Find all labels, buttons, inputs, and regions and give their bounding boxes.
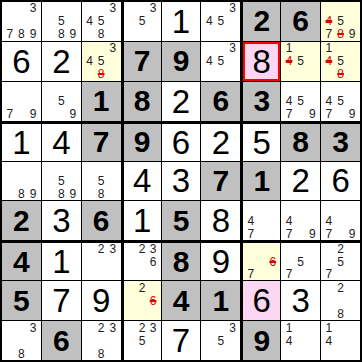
cell-r6c3[interactable]: 6 bbox=[82, 201, 121, 240]
cell-r5c7[interactable]: 1 bbox=[241, 162, 280, 201]
cell-r9c6[interactable]: 35 bbox=[201, 321, 240, 360]
cell-r3c6[interactable]: 6 bbox=[201, 82, 240, 121]
cell-r5c3[interactable]: 58 bbox=[82, 162, 121, 201]
cell-r2c7[interactable]: 8 bbox=[241, 42, 280, 81]
candidate-7: 7 bbox=[283, 227, 295, 240]
cell-r6c2[interactable]: 3 bbox=[42, 201, 81, 240]
pencilmarks: 1458 bbox=[323, 42, 358, 81]
solved-digit: 2 bbox=[291, 164, 309, 197]
cell-r9c1[interactable]: 38 bbox=[2, 321, 41, 360]
candidate-6-eliminated: 6 bbox=[148, 294, 159, 307]
candidate-9: 9 bbox=[346, 28, 358, 41]
cell-r6c5[interactable]: 5 bbox=[162, 201, 201, 240]
cell-r8c9[interactable]: 28 bbox=[321, 281, 360, 320]
candidate-2: 2 bbox=[137, 321, 148, 334]
cell-r5c2[interactable]: 589 bbox=[42, 162, 81, 201]
solved-digit: 2 bbox=[212, 126, 230, 159]
cell-r9c2[interactable]: 6 bbox=[42, 321, 81, 360]
candidate-3: 3 bbox=[107, 2, 119, 15]
cell-r6c6[interactable]: 8 bbox=[201, 201, 240, 240]
candidate-1: 1 bbox=[323, 321, 335, 334]
candidate-3: 3 bbox=[148, 321, 159, 334]
cell-r1c3[interactable]: 3458 bbox=[82, 2, 121, 41]
pencilmarks: 67 bbox=[245, 243, 278, 280]
pencilmarks: 345 bbox=[203, 42, 238, 81]
candidate-4: 4 bbox=[245, 214, 256, 227]
candidate-2: 2 bbox=[335, 243, 347, 255]
cell-r1c4[interactable]: 35 bbox=[122, 2, 161, 41]
candidate-5: 5 bbox=[295, 256, 307, 268]
cell-r2c2[interactable]: 2 bbox=[42, 42, 81, 81]
solved-digit: 1 bbox=[12, 126, 30, 159]
pencilmarks: 479 bbox=[323, 201, 358, 240]
candidate-7: 7 bbox=[323, 268, 335, 280]
candidate-8: 8 bbox=[16, 187, 28, 200]
cell-r3c8[interactable]: 4579 bbox=[281, 82, 320, 121]
pencilmarks: 79 bbox=[4, 82, 39, 121]
solved-digit: 5 bbox=[253, 126, 271, 159]
cell-r9c8[interactable]: 14 bbox=[281, 321, 320, 360]
pencilmarks: 14 bbox=[323, 321, 358, 360]
pencilmarks: 14 bbox=[283, 321, 318, 360]
pencilmarks: 236 bbox=[126, 243, 159, 280]
given-digit: 3 bbox=[253, 86, 270, 116]
cell-r8c2[interactable]: 7 bbox=[42, 281, 81, 320]
cell-r6c8[interactable]: 479 bbox=[281, 201, 320, 240]
candidate-7: 7 bbox=[4, 28, 16, 41]
pencilmarks: 257 bbox=[323, 243, 358, 280]
pencilmarks: 28 bbox=[323, 281, 358, 320]
candidate-8: 8 bbox=[56, 187, 68, 200]
cell-r8c3[interactable]: 9 bbox=[82, 281, 121, 320]
given-digit: 1 bbox=[93, 86, 110, 116]
cell-r2c9[interactable]: 1458 bbox=[321, 42, 360, 81]
candidate-5: 5 bbox=[295, 55, 307, 68]
pencilmarks: 47 bbox=[245, 201, 278, 240]
solved-digit: 9 bbox=[212, 245, 230, 278]
candidate-5: 5 bbox=[295, 95, 307, 108]
candidate-4: 4 bbox=[283, 214, 295, 227]
candidate-8-eliminated: 8 bbox=[95, 68, 107, 81]
cell-r6c7[interactable]: 47 bbox=[241, 201, 280, 240]
candidate-5: 5 bbox=[215, 15, 227, 28]
pencilmarks: 57 bbox=[283, 243, 318, 280]
given-digit: 6 bbox=[292, 6, 309, 36]
given-digit: 3 bbox=[332, 127, 349, 157]
candidate-4: 4 bbox=[203, 15, 215, 28]
cell-r6c4[interactable]: 1 bbox=[122, 201, 161, 240]
cell-r1c7[interactable]: 2 bbox=[241, 2, 280, 41]
pencilmarks: 26 bbox=[126, 281, 159, 320]
candidate-8: 8 bbox=[95, 187, 107, 200]
candidate-2: 2 bbox=[95, 243, 107, 255]
cell-r5c1[interactable]: 89 bbox=[2, 162, 41, 201]
candidate-9: 9 bbox=[346, 108, 358, 121]
candidate-5: 5 bbox=[215, 334, 227, 347]
candidate-5: 5 bbox=[137, 15, 148, 28]
pencilmarks: 4579 bbox=[283, 82, 318, 121]
candidate-2: 2 bbox=[137, 281, 148, 294]
cell-r5c5[interactable]: 3 bbox=[162, 162, 201, 201]
candidate-4: 4 bbox=[283, 95, 295, 108]
candidate-8: 8 bbox=[56, 28, 68, 41]
candidate-8-eliminated: 8 bbox=[335, 28, 347, 41]
cell-r1c5[interactable]: 1 bbox=[162, 2, 201, 41]
candidate-2: 2 bbox=[335, 281, 347, 294]
candidate-7: 7 bbox=[323, 108, 335, 121]
cell-r6c9[interactable]: 479 bbox=[321, 201, 360, 240]
cell-r8c1[interactable]: 5 bbox=[2, 281, 41, 320]
candidate-8: 8 bbox=[95, 347, 107, 360]
pencilmarks: 235 bbox=[126, 321, 159, 360]
cell-r1c2[interactable]: 589 bbox=[42, 2, 81, 41]
cell-r9c5[interactable]: 7 bbox=[162, 321, 201, 360]
candidate-5: 5 bbox=[335, 256, 347, 268]
candidate-3: 3 bbox=[27, 321, 39, 334]
cell-r2c4[interactable]: 7 bbox=[122, 42, 161, 81]
candidate-8: 8 bbox=[16, 28, 28, 41]
cell-r3c2[interactable]: 59 bbox=[42, 82, 81, 121]
given-digit: 7 bbox=[134, 46, 151, 76]
cell-r8c5[interactable]: 4 bbox=[162, 281, 201, 320]
candidate-5: 5 bbox=[95, 15, 107, 28]
candidate-8: 8 bbox=[95, 28, 107, 41]
solved-digit: 4 bbox=[133, 164, 151, 197]
solved-digit: 4 bbox=[52, 126, 70, 159]
candidate-1: 1 bbox=[323, 42, 335, 55]
cell-r2c1[interactable]: 6 bbox=[2, 42, 41, 81]
candidate-5: 5 bbox=[137, 334, 148, 347]
cell-r4c2[interactable]: 4 bbox=[42, 122, 81, 161]
given-digit: 9 bbox=[173, 46, 190, 76]
pencilmarks: 589 bbox=[44, 2, 79, 41]
cell-r8c4[interactable]: 26 bbox=[122, 281, 161, 320]
cell-r7c8[interactable]: 57 bbox=[281, 241, 320, 280]
pencilmarks: 35 bbox=[203, 321, 238, 360]
cell-r7c3[interactable]: 23 bbox=[82, 241, 121, 280]
candidate-9: 9 bbox=[306, 227, 318, 240]
candidate-3: 3 bbox=[107, 42, 119, 55]
pencilmarks: 4579 bbox=[323, 82, 358, 121]
given-digit: 9 bbox=[134, 127, 151, 157]
given-digit: 5 bbox=[13, 286, 30, 316]
candidate-8: 8 bbox=[335, 307, 347, 320]
candidate-1: 1 bbox=[283, 42, 295, 55]
given-digit: 9 bbox=[253, 326, 270, 356]
pencilmarks: 35 bbox=[126, 2, 159, 41]
pencilmarks: 23 bbox=[84, 243, 119, 280]
candidate-6-eliminated: 6 bbox=[267, 256, 278, 268]
cell-r2c8[interactable]: 145 bbox=[281, 42, 320, 81]
candidate-9: 9 bbox=[67, 187, 79, 200]
candidate-4: 4 bbox=[323, 95, 335, 108]
given-digit: 6 bbox=[213, 86, 230, 116]
solved-digit: 6 bbox=[12, 45, 30, 78]
candidate-3: 3 bbox=[27, 2, 39, 15]
pencilmarks: 3458 bbox=[84, 42, 119, 81]
candidate-7: 7 bbox=[323, 227, 335, 240]
candidate-4-eliminated: 4 bbox=[283, 55, 295, 68]
candidate-3: 3 bbox=[148, 2, 159, 15]
pencilmarks: 45789 bbox=[323, 2, 358, 41]
cell-r7c7[interactable]: 67 bbox=[241, 241, 280, 280]
candidate-7: 7 bbox=[283, 108, 295, 121]
pencilmarks: 3789 bbox=[4, 2, 39, 41]
candidate-4-eliminated: 4 bbox=[323, 15, 335, 28]
candidate-7: 7 bbox=[323, 28, 335, 41]
candidate-4: 4 bbox=[283, 334, 295, 347]
solved-digit: 6 bbox=[253, 284, 271, 317]
given-digit: 2 bbox=[13, 206, 30, 236]
solved-digit: 7 bbox=[52, 284, 70, 317]
candidate-5: 5 bbox=[215, 55, 227, 68]
cell-r1c9[interactable]: 45789 bbox=[321, 2, 360, 41]
solved-digit: 6 bbox=[172, 126, 190, 159]
pencilmarks: 89 bbox=[4, 162, 39, 201]
given-digit: 6 bbox=[53, 326, 70, 356]
cell-r5c4[interactable]: 4 bbox=[122, 162, 161, 201]
candidate-9: 9 bbox=[67, 28, 79, 41]
cell-r3c7[interactable]: 3 bbox=[241, 82, 280, 121]
pencilmarks: 479 bbox=[283, 201, 318, 240]
cell-r4c4[interactable]: 9 bbox=[122, 122, 161, 161]
solved-digit: 8 bbox=[212, 204, 230, 237]
cell-r7c4[interactable]: 236 bbox=[122, 241, 161, 280]
cell-r5c6[interactable]: 7 bbox=[201, 162, 240, 201]
pencilmarks: 238 bbox=[84, 321, 119, 360]
candidate-9: 9 bbox=[27, 108, 39, 121]
candidate-5: 5 bbox=[335, 95, 347, 108]
pencilmarks: 58 bbox=[84, 162, 119, 201]
candidate-3: 3 bbox=[227, 321, 239, 334]
given-digit: 7 bbox=[93, 127, 110, 157]
cell-r7c9[interactable]: 257 bbox=[321, 241, 360, 280]
solved-digit: 3 bbox=[52, 204, 70, 237]
cell-r3c5[interactable]: 2 bbox=[162, 82, 201, 121]
given-digit: 1 bbox=[253, 166, 270, 196]
cell-r2c6[interactable]: 345 bbox=[201, 42, 240, 81]
cell-r1c8[interactable]: 6 bbox=[281, 2, 320, 41]
given-digit: 4 bbox=[13, 247, 30, 277]
candidate-2: 2 bbox=[95, 321, 107, 334]
given-digit: 8 bbox=[134, 86, 151, 116]
pencilmarks: 345 bbox=[203, 2, 238, 41]
cell-r9c3[interactable]: 238 bbox=[82, 321, 121, 360]
candidate-7: 7 bbox=[4, 108, 16, 121]
candidate-9: 9 bbox=[67, 108, 79, 121]
given-digit: 2 bbox=[253, 6, 270, 36]
candidate-5: 5 bbox=[56, 15, 68, 28]
cell-r7c2[interactable]: 1 bbox=[42, 241, 81, 280]
cell-r4c9[interactable]: 3 bbox=[321, 122, 360, 161]
given-digit: 6 bbox=[93, 206, 110, 236]
cell-r7c1[interactable]: 4 bbox=[2, 241, 41, 280]
candidate-3: 3 bbox=[227, 42, 239, 55]
solved-digit: 1 bbox=[172, 5, 190, 38]
candidate-6: 6 bbox=[148, 256, 159, 268]
given-digit: 4 bbox=[173, 286, 190, 316]
candidate-9: 9 bbox=[27, 28, 39, 41]
cell-r3c3[interactable]: 1 bbox=[82, 82, 121, 121]
cell-r6c1[interactable]: 2 bbox=[2, 201, 41, 240]
cell-r3c1[interactable]: 79 bbox=[2, 82, 41, 121]
candidate-3: 3 bbox=[227, 2, 239, 15]
cell-r2c5[interactable]: 9 bbox=[162, 42, 201, 81]
given-digit: 8 bbox=[292, 127, 309, 157]
cell-r8c7[interactable]: 6 bbox=[241, 281, 280, 320]
candidate-3: 3 bbox=[148, 243, 159, 255]
candidate-4: 4 bbox=[84, 55, 96, 68]
sudoku-board: 3789589345835134526457896234587934581451… bbox=[0, 0, 362, 362]
candidate-2: 2 bbox=[137, 243, 148, 255]
candidate-4: 4 bbox=[203, 55, 215, 68]
cell-r4c8[interactable]: 8 bbox=[281, 122, 320, 161]
candidate-5: 5 bbox=[335, 55, 347, 68]
solved-digit: 9 bbox=[92, 284, 110, 317]
cell-r4c1[interactable]: 1 bbox=[2, 122, 41, 161]
candidate-4-eliminated: 4 bbox=[323, 55, 335, 68]
solved-digit: 3 bbox=[291, 284, 309, 317]
solved-digit: 7 bbox=[172, 324, 190, 357]
cell-r5c8[interactable]: 2 bbox=[281, 162, 320, 201]
candidate-5: 5 bbox=[335, 15, 347, 28]
given-digit: 5 bbox=[173, 206, 190, 236]
cell-r5c9[interactable]: 6 bbox=[321, 162, 360, 201]
pencilmarks: 38 bbox=[4, 321, 39, 360]
pencilmarks: 145 bbox=[283, 42, 318, 81]
cell-r7c5[interactable]: 8 bbox=[162, 241, 201, 280]
solved-digit: 1 bbox=[133, 204, 151, 237]
cell-r3c4[interactable]: 8 bbox=[122, 82, 161, 121]
candidate-4: 4 bbox=[323, 334, 335, 347]
candidate-5: 5 bbox=[95, 55, 107, 68]
candidate-7: 7 bbox=[283, 268, 295, 280]
cell-r4c6[interactable]: 2 bbox=[201, 122, 240, 161]
cell-r7c6[interactable]: 9 bbox=[201, 241, 240, 280]
candidate-4: 4 bbox=[323, 214, 335, 227]
candidate-9: 9 bbox=[27, 187, 39, 200]
candidate-7: 7 bbox=[245, 268, 256, 280]
pencilmarks: 589 bbox=[44, 162, 79, 201]
pencilmarks: 59 bbox=[44, 82, 79, 121]
cell-r4c7[interactable]: 5 bbox=[241, 122, 280, 161]
candidate-1: 1 bbox=[283, 321, 295, 334]
given-digit: 8 bbox=[173, 247, 190, 277]
cell-r9c9[interactable]: 14 bbox=[321, 321, 360, 360]
given-digit: 7 bbox=[213, 166, 230, 196]
given-digit: 1 bbox=[213, 286, 230, 316]
solved-digit: 2 bbox=[172, 85, 190, 118]
candidate-5: 5 bbox=[56, 95, 68, 108]
cell-r8c8[interactable]: 3 bbox=[281, 281, 320, 320]
cell-r3c9[interactable]: 4579 bbox=[321, 82, 360, 121]
solved-digit: 2 bbox=[52, 45, 70, 78]
cell-r9c4[interactable]: 235 bbox=[122, 321, 161, 360]
cell-r4c3[interactable]: 7 bbox=[82, 122, 121, 161]
candidate-9: 9 bbox=[346, 227, 358, 240]
cell-r1c6[interactable]: 345 bbox=[201, 2, 240, 41]
candidate-5: 5 bbox=[56, 175, 68, 188]
solved-digit: 3 bbox=[172, 164, 190, 197]
candidate-4: 4 bbox=[84, 15, 96, 28]
candidate-7: 7 bbox=[245, 227, 256, 240]
candidate-5: 5 bbox=[95, 175, 107, 188]
cell-r1c1[interactable]: 3789 bbox=[2, 2, 41, 41]
candidate-8: 8 bbox=[16, 347, 28, 360]
cell-r8c6[interactable]: 1 bbox=[201, 281, 240, 320]
solved-digit: 6 bbox=[331, 164, 349, 197]
candidate-3: 3 bbox=[107, 243, 119, 255]
solved-digit: 1 bbox=[52, 245, 70, 278]
cell-r2c3[interactable]: 3458 bbox=[82, 42, 121, 81]
candidate-9: 9 bbox=[306, 108, 318, 121]
candidate-8-eliminated: 8 bbox=[335, 68, 347, 81]
cell-r9c7[interactable]: 9 bbox=[241, 321, 280, 360]
solved-digit: 8 bbox=[253, 45, 271, 78]
cell-r4c5[interactable]: 6 bbox=[162, 122, 201, 161]
pencilmarks: 3458 bbox=[84, 2, 119, 41]
candidate-3: 3 bbox=[107, 321, 119, 334]
